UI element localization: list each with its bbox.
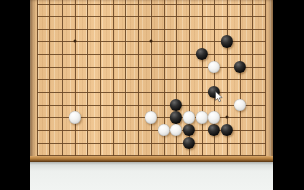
stone-black-O9 bbox=[195, 48, 207, 60]
grid-line-vertical bbox=[49, 0, 50, 156]
grid-line-horizontal bbox=[37, 92, 267, 93]
grid-line-vertical bbox=[252, 0, 253, 156]
star-point bbox=[149, 40, 152, 43]
app-frame bbox=[0, 0, 304, 190]
stone-black-Q3 bbox=[221, 124, 233, 136]
grid-line-vertical bbox=[125, 0, 126, 156]
stone-white-P4 bbox=[208, 111, 220, 123]
letterbox-left bbox=[0, 0, 30, 190]
stone-black-P3 bbox=[208, 124, 220, 136]
grid-line-horizontal bbox=[37, 143, 267, 144]
grid-line-horizontal bbox=[37, 105, 267, 106]
grid-line-vertical bbox=[151, 0, 152, 156]
grid-line-vertical bbox=[87, 0, 88, 156]
grid-line-vertical bbox=[240, 0, 241, 156]
grid-line-horizontal bbox=[37, 16, 267, 17]
stone-black-R8 bbox=[234, 61, 246, 73]
go-board[interactable] bbox=[30, 0, 273, 162]
stone-black-M5 bbox=[170, 99, 182, 111]
stone-black-M4 bbox=[170, 111, 182, 123]
stone-black-P6 bbox=[208, 86, 220, 98]
stone-white-K4 bbox=[145, 111, 157, 123]
star-point bbox=[226, 116, 229, 119]
stone-white-D4 bbox=[68, 111, 80, 123]
grid-line-horizontal bbox=[37, 29, 267, 30]
stone-white-M3 bbox=[170, 124, 182, 136]
grid-line-vertical bbox=[62, 0, 63, 156]
grid-line-horizontal bbox=[37, 4, 267, 5]
stone-white-N4 bbox=[183, 111, 195, 123]
grid-line-horizontal bbox=[37, 67, 267, 68]
grid-line-vertical bbox=[138, 0, 139, 156]
stone-white-P8 bbox=[208, 61, 220, 73]
grid-line-vertical bbox=[113, 0, 114, 156]
grid-line-horizontal bbox=[37, 79, 267, 80]
stone-black-Q10 bbox=[221, 35, 233, 47]
grid-line-horizontal bbox=[37, 54, 267, 55]
stone-white-O4 bbox=[195, 111, 207, 123]
stone-white-R5 bbox=[234, 99, 246, 111]
grid-line-vertical bbox=[202, 0, 203, 156]
stone-black-N3 bbox=[183, 124, 195, 136]
grid-line-vertical bbox=[100, 0, 101, 156]
star-point bbox=[73, 40, 76, 43]
grid-line-vertical bbox=[37, 0, 38, 156]
letterbox-right bbox=[273, 0, 304, 190]
stone-white-L3 bbox=[157, 124, 169, 136]
stone-black-N2 bbox=[183, 137, 195, 149]
grid-line-vertical bbox=[75, 0, 76, 156]
bottom-tray bbox=[30, 162, 273, 190]
grid-line-vertical bbox=[265, 0, 266, 156]
